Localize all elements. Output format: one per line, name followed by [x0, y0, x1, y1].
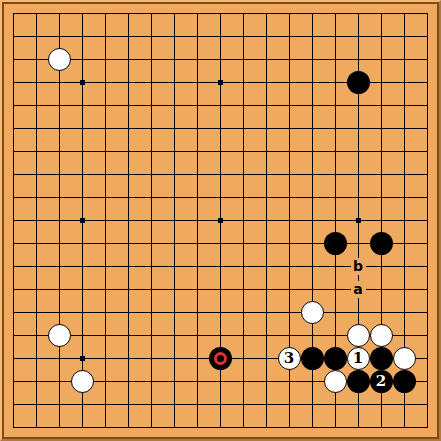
intersection-O10 [301, 209, 324, 232]
intersection-P19 [324, 2, 347, 25]
intersection-C7 [48, 278, 71, 301]
stone-white-C5 [48, 324, 71, 347]
intersection-P12 [324, 163, 347, 186]
intersection-K11 [209, 186, 232, 209]
intersection-B11 [25, 186, 48, 209]
intersection-C2 [48, 393, 71, 416]
intersection-S9 [393, 232, 416, 255]
intersection-C8 [48, 255, 71, 278]
intersection-S18 [393, 25, 416, 48]
intersection-Q11 [347, 186, 370, 209]
intersection-S10 [393, 209, 416, 232]
intersection-R16 [370, 71, 393, 94]
intersection-M15 [255, 94, 278, 117]
intersection-Q7: a [347, 278, 370, 301]
intersection-H7 [163, 278, 186, 301]
stone-white-Q4: 1 [347, 347, 370, 370]
intersection-M6 [255, 301, 278, 324]
intersection-E16 [94, 71, 117, 94]
intersection-Q9 [347, 232, 370, 255]
intersection-O7 [301, 278, 324, 301]
intersection-B6 [25, 301, 48, 324]
intersection-L10 [232, 209, 255, 232]
intersection-G8 [140, 255, 163, 278]
stone-black-S3 [393, 370, 416, 393]
intersection-M3 [255, 370, 278, 393]
intersection-H3 [163, 370, 186, 393]
intersection-R2 [370, 393, 393, 416]
intersection-D16 [71, 71, 94, 94]
intersection-J18 [186, 25, 209, 48]
intersection-S8 [393, 255, 416, 278]
intersection-M11 [255, 186, 278, 209]
intersection-K14 [209, 117, 232, 140]
intersection-T6 [416, 301, 439, 324]
intersection-G15 [140, 94, 163, 117]
intersection-B17 [25, 48, 48, 71]
intersection-D10 [71, 209, 94, 232]
stone-white-O6 [301, 301, 324, 324]
intersection-R15 [370, 94, 393, 117]
intersection-R12 [370, 163, 393, 186]
intersection-B10 [25, 209, 48, 232]
intersection-H1 [163, 416, 186, 439]
move-number-3: 3 [284, 351, 294, 366]
point-label-b-Q8: b [351, 258, 366, 275]
intersection-H6 [163, 301, 186, 324]
intersection-J15 [186, 94, 209, 117]
intersection-C16 [48, 71, 71, 94]
intersection-A15 [2, 94, 25, 117]
intersection-L14 [232, 117, 255, 140]
intersection-R4 [370, 347, 393, 370]
intersection-H15 [163, 94, 186, 117]
intersection-T11 [416, 186, 439, 209]
intersection-C14 [48, 117, 71, 140]
intersection-A18 [2, 25, 25, 48]
intersection-K16 [209, 71, 232, 94]
intersection-R18 [370, 25, 393, 48]
intersection-S13 [393, 140, 416, 163]
intersection-G17 [140, 48, 163, 71]
intersection-F15 [117, 94, 140, 117]
intersection-A9 [2, 232, 25, 255]
intersection-K15 [209, 94, 232, 117]
intersection-J12 [186, 163, 209, 186]
intersection-A8 [2, 255, 25, 278]
stone-white-Q5 [347, 324, 370, 347]
intersection-M12 [255, 163, 278, 186]
intersection-M14 [255, 117, 278, 140]
intersection-C4 [48, 347, 71, 370]
stone-black-K4 [209, 347, 232, 370]
intersection-A3 [2, 370, 25, 393]
intersection-H11 [163, 186, 186, 209]
intersection-C1 [48, 416, 71, 439]
intersection-L18 [232, 25, 255, 48]
intersection-G13 [140, 140, 163, 163]
intersection-G19 [140, 2, 163, 25]
intersection-E7 [94, 278, 117, 301]
intersection-F16 [117, 71, 140, 94]
intersection-L7 [232, 278, 255, 301]
intersection-F19 [117, 2, 140, 25]
intersection-H10 [163, 209, 186, 232]
intersection-E17 [94, 48, 117, 71]
intersection-P11 [324, 186, 347, 209]
intersection-D7 [71, 278, 94, 301]
intersection-J11 [186, 186, 209, 209]
intersection-Q5 [347, 324, 370, 347]
intersection-D1 [71, 416, 94, 439]
intersection-S1 [393, 416, 416, 439]
intersection-Q16 [347, 71, 370, 94]
intersection-P3 [324, 370, 347, 393]
intersection-C10 [48, 209, 71, 232]
intersection-F13 [117, 140, 140, 163]
intersection-G4 [140, 347, 163, 370]
intersection-M4 [255, 347, 278, 370]
intersection-E19 [94, 2, 117, 25]
intersection-H8 [163, 255, 186, 278]
intersection-D9 [71, 232, 94, 255]
move-number-1: 1 [353, 351, 363, 366]
intersection-T8 [416, 255, 439, 278]
intersection-N19 [278, 2, 301, 25]
intersection-F7 [117, 278, 140, 301]
intersection-P4 [324, 347, 347, 370]
star-point-K10 [218, 218, 223, 223]
intersection-Q14 [347, 117, 370, 140]
intersection-E6 [94, 301, 117, 324]
intersection-G3 [140, 370, 163, 393]
intersection-M17 [255, 48, 278, 71]
intersection-B8 [25, 255, 48, 278]
intersection-G16 [140, 71, 163, 94]
intersection-K10 [209, 209, 232, 232]
intersection-N5 [278, 324, 301, 347]
intersection-E2 [94, 393, 117, 416]
intersection-H17 [163, 48, 186, 71]
intersection-P16 [324, 71, 347, 94]
intersection-D5 [71, 324, 94, 347]
intersection-S2 [393, 393, 416, 416]
intersection-O8 [301, 255, 324, 278]
intersection-K2 [209, 393, 232, 416]
intersection-Q1 [347, 416, 370, 439]
intersection-K9 [209, 232, 232, 255]
intersection-R8 [370, 255, 393, 278]
intersection-R1 [370, 416, 393, 439]
intersection-N3 [278, 370, 301, 393]
intersection-M19 [255, 2, 278, 25]
intersection-N7 [278, 278, 301, 301]
intersection-R5 [370, 324, 393, 347]
intersection-R10 [370, 209, 393, 232]
intersection-B15 [25, 94, 48, 117]
intersection-M18 [255, 25, 278, 48]
intersection-K8 [209, 255, 232, 278]
intersection-A10 [2, 209, 25, 232]
intersection-O18 [301, 25, 324, 48]
intersection-A12 [2, 163, 25, 186]
stone-black-P4 [324, 347, 347, 370]
intersection-F10 [117, 209, 140, 232]
intersection-C6 [48, 301, 71, 324]
intersection-N17 [278, 48, 301, 71]
intersection-C13 [48, 140, 71, 163]
intersection-R11 [370, 186, 393, 209]
intersection-N6 [278, 301, 301, 324]
intersection-H12 [163, 163, 186, 186]
intersection-B18 [25, 25, 48, 48]
intersection-D17 [71, 48, 94, 71]
intersection-P17 [324, 48, 347, 71]
intersection-A13 [2, 140, 25, 163]
intersection-O3 [301, 370, 324, 393]
intersection-F5 [117, 324, 140, 347]
stone-black-P9 [324, 232, 347, 255]
intersection-E14 [94, 117, 117, 140]
intersection-E5 [94, 324, 117, 347]
intersection-A7 [2, 278, 25, 301]
intersection-A1 [2, 416, 25, 439]
intersection-N9 [278, 232, 301, 255]
red-circle-marker-icon [214, 352, 227, 365]
intersection-S16 [393, 71, 416, 94]
intersection-D11 [71, 186, 94, 209]
intersection-R3: 2 [370, 370, 393, 393]
intersection-R19 [370, 2, 393, 25]
intersection-L11 [232, 186, 255, 209]
intersection-A17 [2, 48, 25, 71]
intersection-P6 [324, 301, 347, 324]
intersection-O14 [301, 117, 324, 140]
intersection-H19 [163, 2, 186, 25]
stone-black-R9 [370, 232, 393, 255]
intersection-S19 [393, 2, 416, 25]
intersection-M1 [255, 416, 278, 439]
intersection-D6 [71, 301, 94, 324]
intersection-K6 [209, 301, 232, 324]
intersection-O19 [301, 2, 324, 25]
intersection-Q4: 1 [347, 347, 370, 370]
intersection-G14 [140, 117, 163, 140]
intersection-M13 [255, 140, 278, 163]
intersection-E11 [94, 186, 117, 209]
stone-white-D3 [71, 370, 94, 393]
intersection-P13 [324, 140, 347, 163]
intersection-F3 [117, 370, 140, 393]
intersection-K18 [209, 25, 232, 48]
intersection-N13 [278, 140, 301, 163]
star-point-D4 [80, 356, 85, 361]
intersection-L15 [232, 94, 255, 117]
intersection-B13 [25, 140, 48, 163]
stone-black-R4 [370, 347, 393, 370]
intersection-T12 [416, 163, 439, 186]
intersection-P2 [324, 393, 347, 416]
intersection-N8 [278, 255, 301, 278]
intersection-T13 [416, 140, 439, 163]
intersection-F2 [117, 393, 140, 416]
stone-white-S4 [393, 347, 416, 370]
intersection-C17 [48, 48, 71, 71]
intersection-L8 [232, 255, 255, 278]
intersection-B19 [25, 2, 48, 25]
intersection-D8 [71, 255, 94, 278]
intersection-L4 [232, 347, 255, 370]
intersection-K5 [209, 324, 232, 347]
intersection-G9 [140, 232, 163, 255]
intersection-B1 [25, 416, 48, 439]
intersection-H4 [163, 347, 186, 370]
intersection-K12 [209, 163, 232, 186]
intersection-S4 [393, 347, 416, 370]
intersection-D18 [71, 25, 94, 48]
intersection-D13 [71, 140, 94, 163]
intersection-C11 [48, 186, 71, 209]
board-intersections: ba312 [2, 2, 439, 439]
intersection-B4 [25, 347, 48, 370]
intersection-E12 [94, 163, 117, 186]
intersection-P7 [324, 278, 347, 301]
intersection-R14 [370, 117, 393, 140]
intersection-A11 [2, 186, 25, 209]
intersection-E15 [94, 94, 117, 117]
intersection-J2 [186, 393, 209, 416]
intersection-L3 [232, 370, 255, 393]
intersection-M9 [255, 232, 278, 255]
intersection-E9 [94, 232, 117, 255]
intersection-M5 [255, 324, 278, 347]
intersection-P8 [324, 255, 347, 278]
intersection-Q19 [347, 2, 370, 25]
intersection-A6 [2, 301, 25, 324]
intersection-R7 [370, 278, 393, 301]
intersection-H14 [163, 117, 186, 140]
intersection-E8 [94, 255, 117, 278]
intersection-M10 [255, 209, 278, 232]
intersection-K19 [209, 2, 232, 25]
intersection-Q15 [347, 94, 370, 117]
intersection-S12 [393, 163, 416, 186]
intersection-M7 [255, 278, 278, 301]
stone-white-P3 [324, 370, 347, 393]
intersection-G6 [140, 301, 163, 324]
intersection-S11 [393, 186, 416, 209]
intersection-A5 [2, 324, 25, 347]
intersection-K17 [209, 48, 232, 71]
intersection-P15 [324, 94, 347, 117]
intersection-O2 [301, 393, 324, 416]
intersection-K13 [209, 140, 232, 163]
intersection-Q17 [347, 48, 370, 71]
intersection-G11 [140, 186, 163, 209]
intersection-K7 [209, 278, 232, 301]
intersection-J8 [186, 255, 209, 278]
intersection-T18 [416, 25, 439, 48]
intersection-G5 [140, 324, 163, 347]
intersection-C3 [48, 370, 71, 393]
intersection-S17 [393, 48, 416, 71]
intersection-C9 [48, 232, 71, 255]
intersection-G1 [140, 416, 163, 439]
intersection-T19 [416, 2, 439, 25]
intersection-T14 [416, 117, 439, 140]
intersection-C18 [48, 25, 71, 48]
intersection-T10 [416, 209, 439, 232]
intersection-R6 [370, 301, 393, 324]
intersection-N15 [278, 94, 301, 117]
intersection-O13 [301, 140, 324, 163]
intersection-J4 [186, 347, 209, 370]
intersection-F8 [117, 255, 140, 278]
go-board-diagram: ba312 [0, 0, 441, 441]
intersection-L19 [232, 2, 255, 25]
intersection-N14 [278, 117, 301, 140]
intersection-N10 [278, 209, 301, 232]
intersection-L17 [232, 48, 255, 71]
intersection-O5 [301, 324, 324, 347]
intersection-N4: 3 [278, 347, 301, 370]
intersection-N16 [278, 71, 301, 94]
intersection-P1 [324, 416, 347, 439]
intersection-J10 [186, 209, 209, 232]
intersection-H16 [163, 71, 186, 94]
intersection-B16 [25, 71, 48, 94]
intersection-A14 [2, 117, 25, 140]
intersection-D12 [71, 163, 94, 186]
intersection-T7 [416, 278, 439, 301]
intersection-P5 [324, 324, 347, 347]
intersection-Q6 [347, 301, 370, 324]
intersection-G2 [140, 393, 163, 416]
point-label-a-Q7: a [351, 281, 366, 298]
intersection-F14 [117, 117, 140, 140]
stone-white-R5 [370, 324, 393, 347]
intersection-L6 [232, 301, 255, 324]
intersection-K1 [209, 416, 232, 439]
intersection-T15 [416, 94, 439, 117]
intersection-E1 [94, 416, 117, 439]
intersection-T5 [416, 324, 439, 347]
intersection-P9 [324, 232, 347, 255]
intersection-P10 [324, 209, 347, 232]
intersection-D2 [71, 393, 94, 416]
star-point-D10 [80, 218, 85, 223]
intersection-F6 [117, 301, 140, 324]
intersection-S5 [393, 324, 416, 347]
intersection-B7 [25, 278, 48, 301]
intersection-S6 [393, 301, 416, 324]
intersection-T3 [416, 370, 439, 393]
intersection-Q2 [347, 393, 370, 416]
intersection-L13 [232, 140, 255, 163]
intersection-C15 [48, 94, 71, 117]
intersection-L2 [232, 393, 255, 416]
intersection-A16 [2, 71, 25, 94]
intersection-N2 [278, 393, 301, 416]
star-point-Q10 [356, 218, 361, 223]
intersection-R13 [370, 140, 393, 163]
intersection-G10 [140, 209, 163, 232]
stone-black-Q3 [347, 370, 370, 393]
stone-black-Q16 [347, 71, 370, 94]
intersection-P14 [324, 117, 347, 140]
intersection-K4 [209, 347, 232, 370]
intersection-N11 [278, 186, 301, 209]
